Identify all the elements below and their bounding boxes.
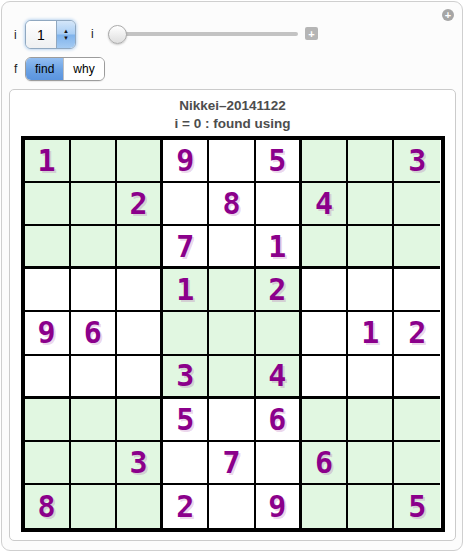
- cell-r9c3: [117, 485, 163, 528]
- cell-r2c3: 2: [117, 183, 163, 226]
- cell-r3c3: [117, 226, 163, 269]
- cell-r3c8: [348, 226, 394, 269]
- cell-r9c2: [71, 485, 117, 528]
- cell-r2c2: [71, 183, 117, 226]
- cell-r2c6: [256, 183, 302, 226]
- cell-r3c5: [209, 226, 255, 269]
- i-slider-track[interactable]: [108, 32, 298, 36]
- cell-r3c2: [71, 226, 117, 269]
- cell-r8c8: [348, 442, 394, 485]
- manipulate-frame: + i 1 ▲ ▼ i + f find why Nikkei–20141122…: [1, 1, 463, 551]
- cell-r8c3: 3: [117, 442, 163, 485]
- cell-r2c1: [25, 183, 71, 226]
- status-line: i = 0 : found using: [10, 116, 455, 131]
- cell-r1c7: [302, 140, 348, 183]
- cell-r9c1: 8: [25, 485, 71, 528]
- toggle-label: f: [14, 62, 17, 76]
- cell-r6c2: [71, 356, 117, 399]
- cell-r6c9: [394, 356, 440, 399]
- cell-r7c1: [25, 399, 71, 442]
- i-stepper[interactable]: 1 ▲ ▼: [25, 20, 76, 49]
- cell-r5c5: [209, 312, 255, 355]
- cell-r7c9: [394, 399, 440, 442]
- stepper-down-icon[interactable]: ▼: [63, 35, 69, 41]
- cell-r8c9: [394, 442, 440, 485]
- cell-r1c4: 9: [163, 140, 209, 183]
- toggle-option-why[interactable]: why: [63, 58, 103, 80]
- i-slider-thumb[interactable]: [108, 25, 127, 44]
- cell-r2c8: [348, 183, 394, 226]
- cell-r1c1: 1: [25, 140, 71, 183]
- cell-r8c4: [163, 442, 209, 485]
- cell-r4c9: [394, 269, 440, 312]
- cell-r5c2: 6: [71, 312, 117, 355]
- cell-r7c5: [209, 399, 255, 442]
- cell-r5c1: 9: [25, 312, 71, 355]
- cell-r5c3: [117, 312, 163, 355]
- cell-r1c9: 3: [394, 140, 440, 183]
- manipulate-window: + i 1 ▲ ▼ i + f find why Nikkei–20141122…: [0, 0, 465, 553]
- cell-r9c6: 9: [256, 485, 302, 528]
- cell-r3c4: 7: [163, 226, 209, 269]
- cell-r4c2: [71, 269, 117, 312]
- cell-r2c9: [394, 183, 440, 226]
- slider-label: i: [91, 27, 94, 41]
- cell-r8c2: [71, 442, 117, 485]
- cell-r4c4: 1: [163, 269, 209, 312]
- cell-r7c4: 5: [163, 399, 209, 442]
- cell-r8c7: 6: [302, 442, 348, 485]
- puzzle-title: Nikkei–20141122: [10, 98, 455, 113]
- cell-r1c2: [71, 140, 117, 183]
- cell-r4c8: [348, 269, 394, 312]
- cell-r6c1: [25, 356, 71, 399]
- cell-r4c1: [25, 269, 71, 312]
- cell-r8c1: [25, 442, 71, 485]
- cell-r2c7: 4: [302, 183, 348, 226]
- toggle-option-find[interactable]: find: [26, 58, 63, 80]
- cell-r6c7: [302, 356, 348, 399]
- cell-r7c3: [117, 399, 163, 442]
- cell-r6c4: 3: [163, 356, 209, 399]
- plus-circle-icon[interactable]: +: [442, 9, 454, 21]
- cell-r8c5: 7: [209, 442, 255, 485]
- cell-r1c6: 5: [256, 140, 302, 183]
- cell-r4c3: [117, 269, 163, 312]
- cell-r7c2: [71, 399, 117, 442]
- cell-r5c7: [302, 312, 348, 355]
- cell-r1c3: [117, 140, 163, 183]
- cell-r4c6: 2: [256, 269, 302, 312]
- cell-r2c4: [163, 183, 209, 226]
- cell-r5c8: 1: [348, 312, 394, 355]
- cell-r1c5: [209, 140, 255, 183]
- cell-r6c8: [348, 356, 394, 399]
- cell-r5c9: 2: [394, 312, 440, 355]
- cell-r7c6: 6: [256, 399, 302, 442]
- stepper-up-icon[interactable]: ▲: [63, 28, 69, 34]
- f-toggle-group: find why: [25, 57, 105, 81]
- cell-r4c5: [209, 269, 255, 312]
- cell-r4c7: [302, 269, 348, 312]
- cell-r9c9: 5: [394, 485, 440, 528]
- cell-r5c6: [256, 312, 302, 355]
- cell-r3c6: 1: [256, 226, 302, 269]
- cell-r3c1: [25, 226, 71, 269]
- cell-r7c7: [302, 399, 348, 442]
- cell-r7c8: [348, 399, 394, 442]
- cell-r3c7: [302, 226, 348, 269]
- sudoku-board: 19532847112961234563768295: [21, 136, 445, 532]
- stepper-value: 1: [26, 21, 56, 48]
- cell-r6c5: [209, 356, 255, 399]
- cell-r9c7: [302, 485, 348, 528]
- stepper-arrows[interactable]: ▲ ▼: [56, 21, 75, 48]
- cell-r5c4: [163, 312, 209, 355]
- slider-expand-button[interactable]: +: [305, 27, 318, 40]
- cell-r1c8: [348, 140, 394, 183]
- cell-r6c6: 4: [256, 356, 302, 399]
- cell-r9c4: 2: [163, 485, 209, 528]
- stepper-label: i: [14, 28, 17, 42]
- cell-r8c6: [256, 442, 302, 485]
- output-panel: Nikkei–20141122 i = 0 : found using 1953…: [9, 89, 456, 541]
- cell-r6c3: [117, 356, 163, 399]
- cell-r9c8: [348, 485, 394, 528]
- cell-r3c9: [394, 226, 440, 269]
- cell-r9c5: [209, 485, 255, 528]
- cell-r2c5: 8: [209, 183, 255, 226]
